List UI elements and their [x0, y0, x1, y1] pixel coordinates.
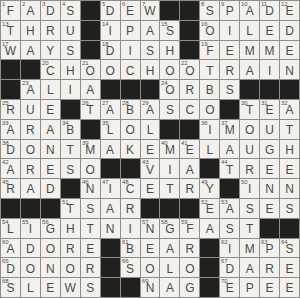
cell-r11c7[interactable]: R — [121, 199, 140, 218]
cell-letter: T — [67, 203, 74, 218]
cell-r12c1[interactable]: 54L — [1, 219, 20, 238]
cell-r13c5[interactable]: E — [81, 239, 100, 258]
black-cell-r11c9 — [160, 199, 179, 218]
cell-r4c4[interactable]: H — [61, 60, 80, 79]
clue-number: 9 — [221, 1, 224, 7]
cell-r7c15[interactable]: T — [280, 120, 299, 139]
cell-r5c4[interactable]: I — [61, 80, 80, 99]
cell-r12c8[interactable]: 57N — [141, 219, 160, 238]
cell-r2c3[interactable]: R — [41, 21, 60, 40]
cell-r15c9[interactable]: A — [160, 278, 179, 297]
cell-r15c8[interactable]: 69N — [141, 278, 160, 297]
cell-r4c3[interactable]: 20C — [41, 60, 60, 79]
cell-r1c15[interactable]: 12E — [280, 1, 299, 20]
clue-number: 23 — [22, 80, 29, 86]
cell-r2c11[interactable]: 16O — [200, 21, 219, 40]
cell-r10c9[interactable]: T — [160, 179, 179, 198]
cell-r4c5[interactable]: 21O — [81, 60, 100, 79]
cell-r5c11[interactable]: B — [200, 80, 219, 99]
cell-letter: M — [225, 124, 235, 139]
cell-letter: P — [246, 282, 254, 297]
cell-r4c13[interactable]: A — [240, 60, 259, 79]
cell-r11c5[interactable]: S — [81, 199, 100, 218]
cell-r14c9[interactable]: L — [160, 258, 179, 277]
cell-r2c9[interactable]: 15S — [160, 21, 179, 40]
cell-r2c15[interactable]: D — [280, 21, 299, 40]
cell-r2c14[interactable]: E — [260, 21, 279, 40]
black-cell-r5c1 — [1, 80, 20, 99]
cell-letter: B — [66, 124, 74, 139]
cell-r6c1[interactable]: 25R — [1, 100, 20, 119]
cell-r1c12[interactable]: 9P — [220, 1, 239, 20]
cell-letter: L — [107, 124, 114, 139]
cell-letter: U — [66, 25, 75, 40]
black-cell-r12c15 — [280, 219, 299, 238]
cell-r12c5[interactable]: T — [81, 219, 100, 238]
cell-r1c4[interactable]: 4S — [61, 1, 80, 20]
clue-number: 13 — [2, 21, 9, 27]
cell-letter: N — [265, 183, 274, 198]
cell-r6c6[interactable]: 27A — [101, 100, 120, 119]
cell-letter: T — [246, 223, 253, 238]
crossword-grid: 1F2A3D4S5D6E7W8S9P10A11D12E13THRU14IPA15… — [0, 0, 300, 298]
clue-number: 32 — [281, 100, 288, 106]
cell-r13c10[interactable]: R — [180, 239, 199, 258]
cell-r12c9[interactable]: 58G — [160, 219, 179, 238]
cell-r14c10[interactable]: O — [180, 258, 199, 277]
clue-number: 67 — [221, 258, 228, 264]
black-cell-r1c9 — [160, 1, 179, 20]
cell-r10c3[interactable]: D — [41, 179, 60, 198]
cell-r10c7[interactable]: 48C — [121, 179, 140, 198]
cell-r14c14[interactable]: R — [260, 258, 279, 277]
cell-r3c11[interactable]: 19F — [200, 41, 219, 60]
cell-r1c11[interactable]: 8S — [200, 1, 219, 20]
cell-r3c7[interactable]: I — [121, 41, 140, 60]
cell-letter: H — [66, 65, 75, 80]
cell-r11c12[interactable]: 53A — [220, 199, 239, 218]
cell-r15c1[interactable]: 68S — [1, 278, 20, 297]
cell-r11c4[interactable]: 51T — [61, 199, 80, 218]
cell-letter: S — [66, 5, 74, 20]
cell-letter: R — [6, 104, 15, 119]
cell-letter: A — [46, 124, 54, 139]
cell-r9c12[interactable]: 44T — [220, 159, 239, 178]
cell-r12c12[interactable]: S — [220, 219, 239, 238]
black-cell-r14c6 — [101, 258, 120, 277]
cell-r8c6[interactable]: A — [101, 140, 120, 159]
cell-r12c2[interactable]: 55I — [21, 219, 40, 238]
cell-r13c4[interactable]: R — [61, 239, 80, 258]
cell-r3c14[interactable]: M — [260, 41, 279, 60]
cell-r13c12[interactable]: 62I — [220, 239, 239, 258]
cell-r4c12[interactable]: R — [220, 60, 239, 79]
cell-r3c12[interactable]: E — [220, 41, 239, 60]
cell-letter: A — [106, 104, 114, 119]
cell-r9c5[interactable]: O — [81, 159, 100, 178]
cell-r13c1[interactable]: 60A — [1, 239, 20, 258]
cell-r5c9[interactable]: 24O — [160, 80, 179, 99]
cell-letter: L — [167, 263, 174, 278]
clue-number: 7 — [142, 1, 145, 7]
cell-letter: I — [248, 183, 251, 198]
cell-letter: T — [7, 25, 14, 40]
clue-number: 60 — [2, 239, 9, 245]
cell-letter: G — [46, 223, 55, 238]
cell-letter: S — [126, 263, 134, 278]
cell-r7c11[interactable]: 36I — [200, 120, 219, 139]
cell-letter: C — [186, 104, 195, 119]
cell-r2c4[interactable]: U — [61, 21, 80, 40]
cell-letter: D — [46, 5, 55, 20]
cell-letter: S — [166, 104, 174, 119]
clue-number: 64 — [281, 239, 288, 245]
cell-r8c4[interactable]: T — [61, 140, 80, 159]
cell-r7c4[interactable]: 34B — [61, 120, 80, 139]
black-cell-r12c14 — [260, 219, 279, 238]
cell-r7c12[interactable]: 37M — [220, 120, 239, 139]
cell-r6c8[interactable]: 29A — [141, 100, 160, 119]
cell-r4c11[interactable]: T — [200, 60, 219, 79]
cell-letter: A — [146, 25, 154, 40]
cell-r15c4[interactable]: W — [61, 278, 80, 297]
clue-number: 24 — [161, 80, 168, 86]
cell-letter: D — [46, 183, 55, 198]
cell-letter: I — [69, 84, 72, 99]
cell-r11c14[interactable]: E — [260, 199, 279, 218]
cell-r13c8[interactable]: E — [141, 239, 160, 258]
cell-r7c1[interactable]: 33A — [1, 120, 20, 139]
cell-letter: R — [245, 164, 254, 179]
cell-r3c2[interactable]: A — [21, 41, 40, 60]
cell-r3c13[interactable]: M — [240, 41, 259, 60]
cell-r15c5[interactable]: S — [81, 278, 100, 297]
cell-letter: S — [86, 203, 94, 218]
cell-letter: E — [266, 25, 274, 40]
cell-r8c11[interactable]: L — [200, 140, 219, 159]
cell-letter: A — [206, 223, 214, 238]
cell-r15c10[interactable]: G — [180, 278, 199, 297]
cell-letter: O — [245, 124, 254, 139]
cell-r10c10[interactable]: R — [180, 179, 199, 198]
cell-r11c13[interactable]: S — [240, 199, 259, 218]
cell-letter: O — [86, 65, 95, 80]
cell-letter: T — [286, 124, 293, 139]
cell-letter: N — [146, 282, 155, 297]
cell-r9c9[interactable]: I — [160, 159, 179, 178]
clue-number: 68 — [2, 278, 9, 284]
cell-letter: E — [46, 104, 54, 119]
cell-letter: C — [126, 65, 135, 80]
cell-r11c11[interactable]: 52E — [200, 199, 219, 218]
cell-r1c2[interactable]: 2A — [21, 1, 40, 20]
cell-r9c14[interactable]: E — [260, 159, 279, 178]
cell-r5c3[interactable]: L — [41, 80, 60, 99]
cell-r14c3[interactable]: N — [41, 258, 60, 277]
cell-r2c12[interactable]: I — [220, 21, 239, 40]
cell-letter: I — [108, 25, 111, 40]
cell-r10c11[interactable]: 49Y — [200, 179, 219, 198]
cell-letter: O — [86, 164, 95, 179]
cell-r14c1[interactable]: 65D — [1, 258, 20, 277]
cell-r1c13[interactable]: 10A — [240, 1, 259, 20]
cell-r2c6[interactable]: 14I — [101, 21, 120, 40]
cell-letter: K — [126, 144, 134, 159]
cell-r9c8[interactable]: 43V — [141, 159, 160, 178]
cell-r3c15[interactable]: E — [280, 41, 299, 60]
cell-r5c5[interactable]: A — [81, 80, 100, 99]
cell-r4c14[interactable]: I — [260, 60, 279, 79]
cell-r9c3[interactable]: E — [41, 159, 60, 178]
cell-r1c8[interactable]: 7W — [141, 1, 160, 20]
clue-number: 11 — [261, 1, 267, 7]
cell-r12c6[interactable]: N — [101, 219, 120, 238]
cell-r8c14[interactable]: G — [260, 140, 279, 159]
cell-r14c5[interactable]: R — [81, 258, 100, 277]
cell-letter: R — [26, 164, 35, 179]
cell-r12c13[interactable]: T — [240, 219, 259, 238]
clue-number: 8 — [201, 1, 204, 7]
black-cell-r1c10 — [180, 1, 199, 20]
cell-r13c9[interactable]: A — [160, 239, 179, 258]
clue-number: 42 — [2, 159, 9, 165]
cell-r10c8[interactable]: E — [141, 179, 160, 198]
cell-r7c3[interactable]: A — [41, 120, 60, 139]
cell-letter: R — [186, 84, 195, 99]
cell-r3c1[interactable]: 17W — [1, 41, 20, 60]
cell-r8c15[interactable]: H — [280, 140, 299, 159]
cell-r4c6[interactable]: O — [101, 60, 120, 79]
black-cell-r5c8 — [141, 80, 160, 99]
cell-letter: E — [266, 104, 274, 119]
cell-letter: W — [65, 282, 76, 297]
cell-letter: H — [146, 65, 155, 80]
cell-r6c13[interactable]: 30T — [240, 100, 259, 119]
cell-r6c14[interactable]: 31E — [260, 100, 279, 119]
cell-letter: A — [166, 282, 174, 297]
cell-letter: O — [185, 263, 194, 278]
cell-r10c5[interactable]: 46N — [81, 179, 100, 198]
cell-r8c2[interactable]: O — [21, 140, 40, 159]
cell-letter: I — [29, 223, 32, 238]
black-cell-r15c11 — [200, 278, 219, 297]
black-cell-r9c6 — [101, 159, 120, 178]
clue-number: 43 — [142, 159, 149, 165]
cell-r7c2[interactable]: R — [21, 120, 40, 139]
cell-letter: E — [286, 5, 294, 20]
cell-letter: R — [265, 263, 274, 278]
cell-r6c9[interactable]: S — [160, 100, 179, 119]
cell-letter: H — [26, 25, 35, 40]
cell-r15c14[interactable]: E — [260, 278, 279, 297]
cell-r9c13[interactable]: R — [240, 159, 259, 178]
cell-r10c15[interactable]: N — [280, 179, 299, 198]
clue-number: 69 — [142, 278, 149, 284]
cell-r13c15[interactable]: 64S — [280, 239, 299, 258]
cell-r8c5[interactable]: 39M — [81, 140, 100, 159]
cell-r6c15[interactable]: 32A — [280, 100, 299, 119]
clue-number: 44 — [221, 159, 228, 165]
cell-r10c14[interactable]: N — [260, 179, 279, 198]
cell-r7c8[interactable]: L — [141, 120, 160, 139]
cell-letter: N — [106, 223, 115, 238]
cell-letter: W — [144, 5, 155, 20]
cell-letter: Y — [206, 183, 214, 198]
cell-r10c1[interactable]: 45R — [1, 179, 20, 198]
cell-r3c4[interactable]: S — [61, 41, 80, 60]
clue-number: 63 — [261, 239, 268, 245]
cell-r1c6[interactable]: 5D — [101, 1, 120, 20]
clue-number: 58 — [161, 219, 168, 225]
cell-r6c11[interactable]: O — [200, 100, 219, 119]
cell-r4c15[interactable]: N — [280, 60, 299, 79]
cell-r8c9[interactable]: 40M — [160, 140, 179, 159]
black-cell-r3c5 — [81, 41, 100, 60]
cell-r10c6[interactable]: 47I — [101, 179, 120, 198]
cell-r12c11[interactable]: A — [200, 219, 219, 238]
cell-r14c13[interactable]: A — [240, 258, 259, 277]
clue-number: 62 — [221, 239, 228, 245]
cell-r2c13[interactable]: L — [240, 21, 259, 40]
cell-r2c1[interactable]: 13T — [1, 21, 20, 40]
cell-r14c8[interactable]: O — [141, 258, 160, 277]
cell-r4c9[interactable]: O — [160, 60, 179, 79]
cell-r1c1[interactable]: 1F — [1, 1, 20, 20]
cell-r11c15[interactable]: S — [280, 199, 299, 218]
cell-r6c3[interactable]: E — [41, 100, 60, 119]
cell-r3c3[interactable]: Y — [41, 41, 60, 60]
cell-letter: E — [46, 164, 54, 179]
cell-r4c8[interactable]: H — [141, 60, 160, 79]
cell-r6c2[interactable]: U — [21, 100, 40, 119]
cell-r14c4[interactable]: O — [61, 258, 80, 277]
cell-r15c12[interactable]: 70E — [220, 278, 239, 297]
cell-r10c13[interactable]: 50I — [240, 179, 259, 198]
cell-letter: U — [245, 144, 254, 159]
cell-letter: E — [266, 164, 274, 179]
cell-r7c14[interactable]: U — [260, 120, 279, 139]
cell-r4c7[interactable]: C — [121, 60, 140, 79]
cell-r8c12[interactable]: A — [220, 140, 239, 159]
cell-r14c12[interactable]: 67D — [220, 258, 239, 277]
cell-r7c13[interactable]: O — [240, 120, 259, 139]
cell-r14c2[interactable]: O — [21, 258, 40, 277]
cell-letter: A — [166, 243, 174, 258]
clue-number: 57 — [142, 219, 149, 225]
cell-letter: T — [87, 104, 94, 119]
cell-r8c3[interactable]: N — [41, 140, 60, 159]
cell-letter: L — [7, 223, 14, 238]
cell-letter: E — [286, 282, 294, 297]
cell-letter: G — [265, 144, 274, 159]
cell-r13c14[interactable]: 63P — [260, 239, 279, 258]
black-cell-r1c5 — [81, 1, 100, 20]
cell-r15c3[interactable]: E — [41, 278, 60, 297]
cell-r1c3[interactable]: 3D — [41, 1, 60, 20]
cell-r12c7[interactable]: I — [121, 219, 140, 238]
clue-number: 3 — [42, 1, 45, 7]
cell-letter: D — [265, 5, 274, 20]
cell-letter: L — [27, 282, 34, 297]
cell-letter: L — [206, 144, 213, 159]
cell-letter: A — [186, 164, 194, 179]
cell-letter: O — [66, 263, 75, 278]
cell-r9c15[interactable]: E — [280, 159, 299, 178]
cell-letter: M — [245, 45, 255, 60]
cell-letter: R — [186, 183, 195, 198]
cell-r5c12[interactable]: S — [220, 80, 239, 99]
black-cell-r2c10 — [180, 21, 199, 40]
cell-r12c10[interactable]: 59F — [180, 219, 199, 238]
cell-r9c10[interactable]: A — [180, 159, 199, 178]
cell-r8c13[interactable]: U — [240, 140, 259, 159]
cell-r7c6[interactable]: 35L — [101, 120, 120, 139]
cell-letter: I — [128, 223, 131, 238]
cell-r9c4[interactable]: S — [61, 159, 80, 178]
cell-r10c2[interactable]: A — [21, 179, 40, 198]
clue-number: 2 — [22, 1, 25, 7]
cell-r2c8[interactable]: A — [141, 21, 160, 40]
cell-r11c6[interactable]: A — [101, 199, 120, 218]
clue-number: 10 — [241, 1, 248, 7]
cell-r9c1[interactable]: 42A — [1, 159, 20, 178]
cell-letter: S — [166, 25, 174, 40]
cell-letter: L — [147, 124, 154, 139]
cell-r2c7[interactable]: P — [121, 21, 140, 40]
cell-r1c14[interactable]: 11D — [260, 1, 279, 20]
cell-r9c2[interactable]: R — [21, 159, 40, 178]
clue-number: 17 — [2, 41, 9, 47]
cell-r8c1[interactable]: 38D — [1, 140, 20, 159]
cell-r13c13[interactable]: M — [240, 239, 259, 258]
cell-r8c7[interactable]: K — [121, 140, 140, 159]
cell-r14c15[interactable]: E — [280, 258, 299, 277]
cell-r12c4[interactable]: H — [61, 219, 80, 238]
cell-letter: E — [46, 282, 54, 297]
black-cell-r10c4 — [61, 179, 80, 198]
cell-r15c2[interactable]: L — [21, 278, 40, 297]
cell-r3c8[interactable]: S — [141, 41, 160, 60]
cell-r12c3[interactable]: 56G — [41, 219, 60, 238]
cell-r5c10[interactable]: R — [180, 80, 199, 99]
cell-letter: O — [205, 104, 214, 119]
cell-r7c7[interactable]: O — [121, 120, 140, 139]
cell-r13c2[interactable]: D — [21, 239, 40, 258]
cell-r15c15[interactable]: E — [280, 278, 299, 297]
cell-letter: P — [226, 5, 234, 20]
cell-r15c13[interactable]: P — [240, 278, 259, 297]
cell-r3c9[interactable]: H — [160, 41, 179, 60]
cell-r5c2[interactable]: 23A — [21, 80, 40, 99]
cell-r8c10[interactable]: 41E — [180, 140, 199, 159]
cell-r6c5[interactable]: 26T — [81, 100, 100, 119]
cell-r4c10[interactable]: 22O — [180, 60, 199, 79]
cell-letter: R — [126, 203, 135, 218]
clue-number: 65 — [2, 258, 9, 264]
cell-r3c6[interactable]: 18D — [101, 41, 120, 60]
cell-r8c8[interactable]: E — [141, 140, 160, 159]
cell-letter: O — [26, 144, 35, 159]
cell-r6c7[interactable]: 28B — [121, 100, 140, 119]
cell-r13c3[interactable]: O — [41, 239, 60, 258]
cell-letter: R — [225, 65, 234, 80]
cell-r14c7[interactable]: 66S — [121, 258, 140, 277]
cell-r6c10[interactable]: C — [180, 100, 199, 119]
cell-r13c7[interactable]: 61B — [121, 239, 140, 258]
cell-r2c2[interactable]: H — [21, 21, 40, 40]
cell-r1c7[interactable]: 6E — [121, 1, 140, 20]
cell-letter: A — [226, 144, 234, 159]
